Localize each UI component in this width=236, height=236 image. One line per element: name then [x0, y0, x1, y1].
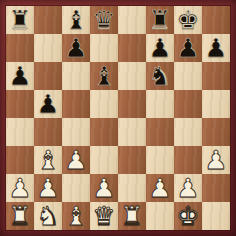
- square-b1[interactable]: ♞: [34, 202, 62, 230]
- square-b2[interactable]: ♟: [34, 174, 62, 202]
- square-c2[interactable]: [62, 174, 90, 202]
- square-h4[interactable]: [202, 118, 230, 146]
- square-b4[interactable]: [34, 118, 62, 146]
- square-d8[interactable]: ♛: [90, 6, 118, 34]
- square-c1[interactable]: ♝: [62, 202, 90, 230]
- black-pawn[interactable]: ♟: [148, 34, 171, 62]
- square-h2[interactable]: [202, 174, 230, 202]
- square-g3[interactable]: [174, 146, 202, 174]
- white-pawn[interactable]: ♟: [148, 174, 171, 202]
- square-b5[interactable]: ♟: [34, 90, 62, 118]
- square-e2[interactable]: [118, 174, 146, 202]
- square-g6[interactable]: [174, 62, 202, 90]
- square-c6[interactable]: [62, 62, 90, 90]
- square-h5[interactable]: [202, 90, 230, 118]
- square-a7[interactable]: [6, 34, 34, 62]
- square-c3[interactable]: ♟: [62, 146, 90, 174]
- square-c8[interactable]: ♝: [62, 6, 90, 34]
- black-pawn[interactable]: ♟: [36, 90, 59, 118]
- white-pawn[interactable]: ♟: [92, 174, 115, 202]
- square-f4[interactable]: [146, 118, 174, 146]
- white-pawn[interactable]: ♟: [36, 174, 59, 202]
- square-d3[interactable]: [90, 146, 118, 174]
- square-c5[interactable]: [62, 90, 90, 118]
- square-g2[interactable]: ♟: [174, 174, 202, 202]
- white-knight[interactable]: ♞: [36, 202, 59, 230]
- square-b6[interactable]: [34, 62, 62, 90]
- square-d4[interactable]: [90, 118, 118, 146]
- white-rook[interactable]: ♜: [120, 202, 143, 230]
- square-f8[interactable]: ♜: [146, 6, 174, 34]
- square-e3[interactable]: [118, 146, 146, 174]
- black-pawn[interactable]: ♟: [64, 34, 87, 62]
- black-queen[interactable]: ♛: [92, 6, 115, 34]
- black-knight[interactable]: ♞: [148, 62, 171, 90]
- square-f2[interactable]: ♟: [146, 174, 174, 202]
- white-king[interactable]: ♚: [176, 202, 199, 230]
- black-rook[interactable]: ♜: [8, 6, 31, 34]
- square-h6[interactable]: [202, 62, 230, 90]
- square-a1[interactable]: ♜: [6, 202, 34, 230]
- black-rook[interactable]: ♜: [148, 6, 171, 34]
- white-pawn[interactable]: ♟: [204, 146, 227, 174]
- square-f5[interactable]: [146, 90, 174, 118]
- square-a5[interactable]: [6, 90, 34, 118]
- square-f3[interactable]: [146, 146, 174, 174]
- square-d2[interactable]: ♟: [90, 174, 118, 202]
- square-h1[interactable]: [202, 202, 230, 230]
- square-g5[interactable]: [174, 90, 202, 118]
- white-pawn[interactable]: ♟: [64, 146, 87, 174]
- square-b3[interactable]: ♝: [34, 146, 62, 174]
- white-pawn[interactable]: ♟: [176, 174, 199, 202]
- square-a2[interactable]: ♟: [6, 174, 34, 202]
- square-h3[interactable]: ♟: [202, 146, 230, 174]
- square-h8[interactable]: [202, 6, 230, 34]
- square-e7[interactable]: [118, 34, 146, 62]
- white-rook[interactable]: ♜: [8, 202, 31, 230]
- chess-board: ♜♝♛♜♚♟♟♟♟♟♝♞♟♝♟♟♟♟♟♟♟♜♞♝♛♜♚: [6, 6, 230, 230]
- square-g7[interactable]: ♟: [174, 34, 202, 62]
- white-pawn[interactable]: ♟: [8, 174, 31, 202]
- white-bishop[interactable]: ♝: [64, 202, 87, 230]
- square-g8[interactable]: ♚: [174, 6, 202, 34]
- square-e6[interactable]: [118, 62, 146, 90]
- square-d1[interactable]: ♛: [90, 202, 118, 230]
- square-a8[interactable]: ♜: [6, 6, 34, 34]
- black-king[interactable]: ♚: [176, 6, 199, 34]
- square-a6[interactable]: ♟: [6, 62, 34, 90]
- square-d5[interactable]: [90, 90, 118, 118]
- square-b7[interactable]: [34, 34, 62, 62]
- square-f7[interactable]: ♟: [146, 34, 174, 62]
- black-pawn[interactable]: ♟: [176, 34, 199, 62]
- square-g4[interactable]: [174, 118, 202, 146]
- square-e1[interactable]: ♜: [118, 202, 146, 230]
- square-a4[interactable]: [6, 118, 34, 146]
- square-d6[interactable]: ♝: [90, 62, 118, 90]
- square-g1[interactable]: ♚: [174, 202, 202, 230]
- black-bishop[interactable]: ♝: [64, 6, 87, 34]
- square-c4[interactable]: [62, 118, 90, 146]
- square-f1[interactable]: [146, 202, 174, 230]
- white-queen[interactable]: ♛: [92, 202, 115, 230]
- black-pawn[interactable]: ♟: [204, 34, 227, 62]
- square-e8[interactable]: [118, 6, 146, 34]
- black-pawn[interactable]: ♟: [8, 62, 31, 90]
- square-e4[interactable]: [118, 118, 146, 146]
- square-e5[interactable]: [118, 90, 146, 118]
- square-f6[interactable]: ♞: [146, 62, 174, 90]
- square-c7[interactable]: ♟: [62, 34, 90, 62]
- square-h7[interactable]: ♟: [202, 34, 230, 62]
- square-b8[interactable]: [34, 6, 62, 34]
- square-a3[interactable]: [6, 146, 34, 174]
- square-d7[interactable]: [90, 34, 118, 62]
- white-bishop[interactable]: ♝: [36, 146, 59, 174]
- board-frame: ♜♝♛♜♚♟♟♟♟♟♝♞♟♝♟♟♟♟♟♟♟♜♞♝♛♜♚: [0, 0, 236, 236]
- black-bishop[interactable]: ♝: [92, 62, 115, 90]
